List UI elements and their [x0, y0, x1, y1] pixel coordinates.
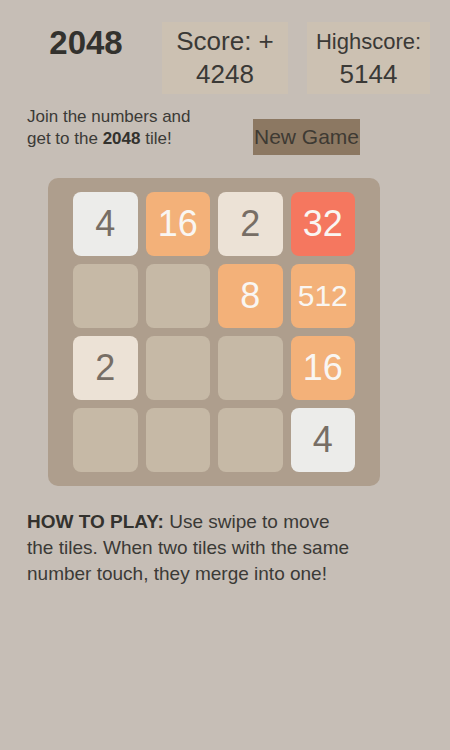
how-to-play-lead: HOW TO PLAY:: [27, 511, 164, 532]
game-title: 2048: [30, 24, 142, 62]
empty-cell-r2c2: [146, 264, 211, 328]
tile-32-r1c4: 32: [291, 192, 356, 256]
highscore-box: Highscore: 5144: [307, 22, 430, 94]
new-game-button[interactable]: New Game: [253, 119, 360, 155]
how-to-play-line2: the tiles. When two tiles with the same: [27, 537, 349, 558]
empty-cell-r3c3: [218, 336, 283, 400]
highscore-label: Highscore:: [307, 26, 430, 58]
subtitle-2048-bold: 2048: [103, 129, 141, 148]
tile-4-r4c4: 4: [291, 408, 356, 472]
score-label: Score: +: [162, 24, 288, 58]
score-value: 4248: [162, 58, 288, 91]
tile-512-r2c4: 512: [291, 264, 356, 328]
highscore-value: 5144: [307, 58, 430, 90]
empty-cell-r4c1: [73, 408, 138, 472]
subtitle-line1: Join the numbers and: [27, 107, 191, 126]
tile-2-r1c3: 2: [218, 192, 283, 256]
empty-cell-r3c2: [146, 336, 211, 400]
tile-2-r3c1: 2: [73, 336, 138, 400]
empty-cell-r2c1: [73, 264, 138, 328]
empty-cell-r4c3: [218, 408, 283, 472]
subtitle-line2-pre: get to the: [27, 129, 103, 148]
app-screen: 2048 Score: + 4248 Highscore: 5144 Join …: [0, 0, 450, 750]
instructions-subtitle: Join the numbers and get to the 2048 til…: [27, 106, 191, 150]
how-to-play-line3: number touch, they merge into one!: [27, 563, 327, 584]
board[interactable]: 41623285122164: [48, 178, 380, 486]
empty-cell-r4c2: [146, 408, 211, 472]
score-box: Score: + 4248: [162, 22, 288, 94]
tile-4-r1c1: 4: [73, 192, 138, 256]
tile-8-r2c3: 8: [218, 264, 283, 328]
how-to-play-line1: Use swipe to move: [164, 511, 330, 532]
how-to-play-text: HOW TO PLAY: Use swipe to move the tiles…: [27, 509, 427, 587]
tile-16-r3c4: 16: [291, 336, 356, 400]
tile-16-r1c2: 16: [146, 192, 211, 256]
subtitle-line2-post: tile!: [140, 129, 171, 148]
